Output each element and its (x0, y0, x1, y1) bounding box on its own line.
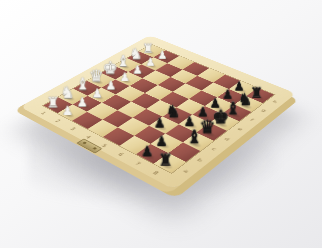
file-label-c: c (210, 147, 218, 152)
file-label-f: f (249, 118, 255, 122)
rank-label-3: 3 (69, 126, 77, 131)
rank-label-1: 1 (40, 111, 48, 116)
white-pawn-glyph: ♟ (145, 56, 155, 67)
piece-white-pawn-e2[interactable]: ♟ (114, 63, 134, 83)
rank-label-2: 2 (55, 118, 63, 123)
piece-white-pawn-g2[interactable]: ♟ (140, 48, 159, 67)
piece-shadow (144, 62, 159, 69)
black-bishop-glyph: ♝ (186, 129, 202, 147)
piece-shadow (117, 63, 132, 70)
chess-scene: ♜♟♟♜♞♟♟♞♝♟♟♝♚♟♟♚♛♟♞♟♛♝♟♟♝♞♟♟♜♟♟♜ 1234567… (0, 0, 322, 248)
piece-shadow (130, 56, 145, 63)
square-e1[interactable]: ♚ (101, 65, 128, 79)
white-knight-glyph: ♞ (129, 46, 142, 61)
white-pawn-glyph: ♟ (157, 49, 167, 60)
rank-label-6: 6 (117, 151, 125, 156)
square-h4[interactable] (182, 62, 209, 76)
white-rook-glyph: ♜ (142, 41, 153, 54)
piece-shadow (142, 49, 157, 56)
file-label-a: a (182, 168, 190, 174)
black-rook-glyph: ♜ (158, 152, 172, 168)
file-label-b: b (196, 157, 204, 162)
file-label-g: g (261, 108, 268, 112)
piece-white-pawn-h2[interactable]: ♟ (153, 41, 172, 60)
square-d2[interactable]: ♟ (101, 79, 129, 94)
piece-shadow (104, 85, 120, 93)
white-queen-glyph: ♛ (89, 67, 104, 83)
white-pawn-glyph: ♟ (91, 87, 102, 99)
piece-black-bishop-c8[interactable]: ♝ (182, 124, 204, 146)
white-pawn-glyph: ♟ (119, 71, 129, 83)
square-f3[interactable] (143, 70, 171, 84)
piece-shadow (131, 69, 146, 77)
piece-white-pawn-a2[interactable]: ♟ (56, 95, 77, 116)
piece-shadow (156, 55, 171, 62)
piece-white-queen-d1[interactable]: ♛ (86, 64, 106, 84)
square-f4[interactable] (158, 77, 186, 92)
file-label-e: e (236, 127, 243, 132)
white-pawn-glyph: ♟ (132, 63, 142, 74)
piece-white-pawn-d2[interactable]: ♟ (101, 71, 121, 91)
piece-white-pawn-f2[interactable]: ♟ (128, 55, 147, 74)
square-d1[interactable]: ♛ (87, 73, 115, 87)
piece-white-rook-h1[interactable]: ♜ (139, 36, 157, 54)
square-f1[interactable]: ♝ (114, 58, 141, 71)
square-h1[interactable]: ♜ (139, 44, 165, 57)
square-g1[interactable]: ♞ (127, 51, 153, 64)
square-f2[interactable]: ♟ (128, 64, 155, 78)
file-label-h: h (272, 99, 279, 103)
piece-shadow (118, 77, 134, 85)
black-pawn-glyph: ♟ (141, 145, 153, 158)
file-label-d: d (224, 136, 232, 141)
square-h3[interactable] (168, 56, 195, 69)
square-h5[interactable] (198, 68, 225, 82)
square-d3[interactable] (116, 86, 145, 101)
white-king-glyph: ♚ (102, 59, 117, 76)
white-pawn-glyph: ♟ (61, 104, 72, 116)
piece-shadow (104, 70, 119, 78)
white-pawn-glyph: ♟ (105, 79, 116, 91)
square-g4[interactable] (170, 69, 197, 83)
rank-label-8: 8 (152, 170, 161, 176)
piece-white-bishop-f1[interactable]: ♝ (114, 49, 133, 68)
piece-white-king-e1[interactable]: ♚ (100, 57, 119, 76)
rank-label-5: 5 (101, 143, 109, 148)
square-e2[interactable]: ♟ (115, 72, 143, 86)
square-g3[interactable] (155, 63, 182, 77)
square-e4[interactable] (145, 85, 173, 100)
square-c3[interactable] (102, 94, 131, 110)
piece-white-knight-g1[interactable]: ♞ (126, 42, 145, 61)
square-h2[interactable]: ♟ (153, 50, 179, 63)
rank-label-7: 7 (134, 160, 143, 166)
square-g2[interactable]: ♟ (141, 57, 168, 70)
piece-black-rook-a8[interactable]: ♜ (153, 144, 176, 167)
white-bishop-glyph: ♝ (116, 54, 129, 69)
square-e3[interactable] (130, 78, 158, 93)
piece-shadow (90, 78, 105, 86)
rank-label-4: 4 (85, 134, 93, 139)
